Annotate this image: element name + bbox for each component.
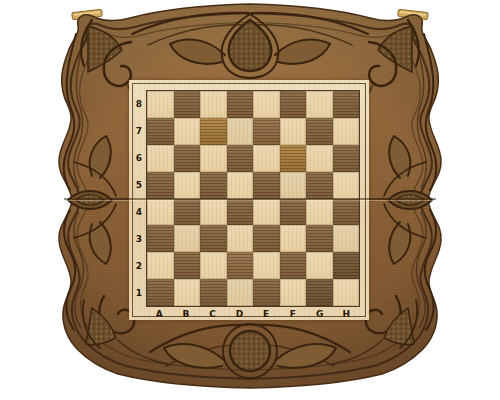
square-b7[interactable] bbox=[174, 118, 201, 145]
square-f6[interactable] bbox=[280, 145, 307, 172]
square-g7[interactable] bbox=[306, 118, 333, 145]
square-f1[interactable] bbox=[280, 279, 307, 306]
square-e5[interactable] bbox=[253, 172, 280, 199]
file-label-g: G bbox=[307, 307, 334, 320]
file-label-e: E bbox=[253, 307, 280, 320]
square-c6[interactable] bbox=[200, 145, 227, 172]
square-e4[interactable] bbox=[253, 199, 280, 226]
file-label-a: A bbox=[146, 307, 173, 320]
rank-label-4: 4 bbox=[132, 199, 146, 226]
square-b8[interactable] bbox=[174, 91, 201, 118]
square-c7[interactable] bbox=[200, 118, 227, 145]
square-d6[interactable] bbox=[227, 145, 254, 172]
chess-board-panel: 87654321 ABCDEFGH bbox=[129, 80, 369, 320]
square-f2[interactable] bbox=[280, 252, 307, 279]
square-g1[interactable] bbox=[306, 279, 333, 306]
rank-label-6: 6 bbox=[132, 144, 146, 171]
square-f7[interactable] bbox=[280, 118, 307, 145]
square-f4[interactable] bbox=[280, 199, 307, 226]
square-a2[interactable] bbox=[147, 252, 174, 279]
square-c2[interactable] bbox=[200, 252, 227, 279]
square-g3[interactable] bbox=[306, 225, 333, 252]
square-a1[interactable] bbox=[147, 279, 174, 306]
square-g5[interactable] bbox=[306, 172, 333, 199]
square-e6[interactable] bbox=[253, 145, 280, 172]
square-h2[interactable] bbox=[333, 252, 360, 279]
square-c1[interactable] bbox=[200, 279, 227, 306]
square-h6[interactable] bbox=[333, 145, 360, 172]
square-d3[interactable] bbox=[227, 225, 254, 252]
file-label-d: D bbox=[226, 307, 253, 320]
square-c4[interactable] bbox=[200, 199, 227, 226]
square-e8[interactable] bbox=[253, 91, 280, 118]
square-d7[interactable] bbox=[227, 118, 254, 145]
square-d2[interactable] bbox=[227, 252, 254, 279]
square-g4[interactable] bbox=[306, 199, 333, 226]
square-h5[interactable] bbox=[333, 172, 360, 199]
square-h7[interactable] bbox=[333, 118, 360, 145]
square-g6[interactable] bbox=[306, 145, 333, 172]
rank-label-2: 2 bbox=[132, 253, 146, 280]
file-label-f: F bbox=[280, 307, 307, 320]
square-h3[interactable] bbox=[333, 225, 360, 252]
square-a5[interactable] bbox=[147, 172, 174, 199]
square-d4[interactable] bbox=[227, 199, 254, 226]
square-b2[interactable] bbox=[174, 252, 201, 279]
file-label-b: B bbox=[173, 307, 200, 320]
square-e2[interactable] bbox=[253, 252, 280, 279]
square-d1[interactable] bbox=[227, 279, 254, 306]
rank-label-7: 7 bbox=[132, 117, 146, 144]
square-b4[interactable] bbox=[174, 199, 201, 226]
square-e1[interactable] bbox=[253, 279, 280, 306]
fold-seam bbox=[64, 198, 436, 200]
square-b1[interactable] bbox=[174, 279, 201, 306]
square-c3[interactable] bbox=[200, 225, 227, 252]
square-f5[interactable] bbox=[280, 172, 307, 199]
square-a8[interactable] bbox=[147, 91, 174, 118]
square-a7[interactable] bbox=[147, 118, 174, 145]
square-h8[interactable] bbox=[333, 91, 360, 118]
rank-label-8: 8 bbox=[132, 90, 146, 117]
square-d8[interactable] bbox=[227, 91, 254, 118]
file-labels: ABCDEFGH bbox=[146, 307, 360, 320]
square-b5[interactable] bbox=[174, 172, 201, 199]
square-f8[interactable] bbox=[280, 91, 307, 118]
square-h4[interactable] bbox=[333, 199, 360, 226]
square-a4[interactable] bbox=[147, 199, 174, 226]
square-e3[interactable] bbox=[253, 225, 280, 252]
square-a3[interactable] bbox=[147, 225, 174, 252]
square-d5[interactable] bbox=[227, 172, 254, 199]
square-b3[interactable] bbox=[174, 225, 201, 252]
square-g2[interactable] bbox=[306, 252, 333, 279]
rank-label-1: 1 bbox=[132, 280, 146, 307]
file-label-h: H bbox=[333, 307, 360, 320]
square-b6[interactable] bbox=[174, 145, 201, 172]
rank-label-3: 3 bbox=[132, 226, 146, 253]
square-g8[interactable] bbox=[306, 91, 333, 118]
square-e7[interactable] bbox=[253, 118, 280, 145]
carved-chess-case-photo: 87654321 ABCDEFGH bbox=[0, 0, 500, 400]
square-a6[interactable] bbox=[147, 145, 174, 172]
square-c8[interactable] bbox=[200, 91, 227, 118]
square-c5[interactable] bbox=[200, 172, 227, 199]
square-h1[interactable] bbox=[333, 279, 360, 306]
square-f3[interactable] bbox=[280, 225, 307, 252]
file-label-c: C bbox=[200, 307, 227, 320]
rank-label-5: 5 bbox=[132, 171, 146, 198]
